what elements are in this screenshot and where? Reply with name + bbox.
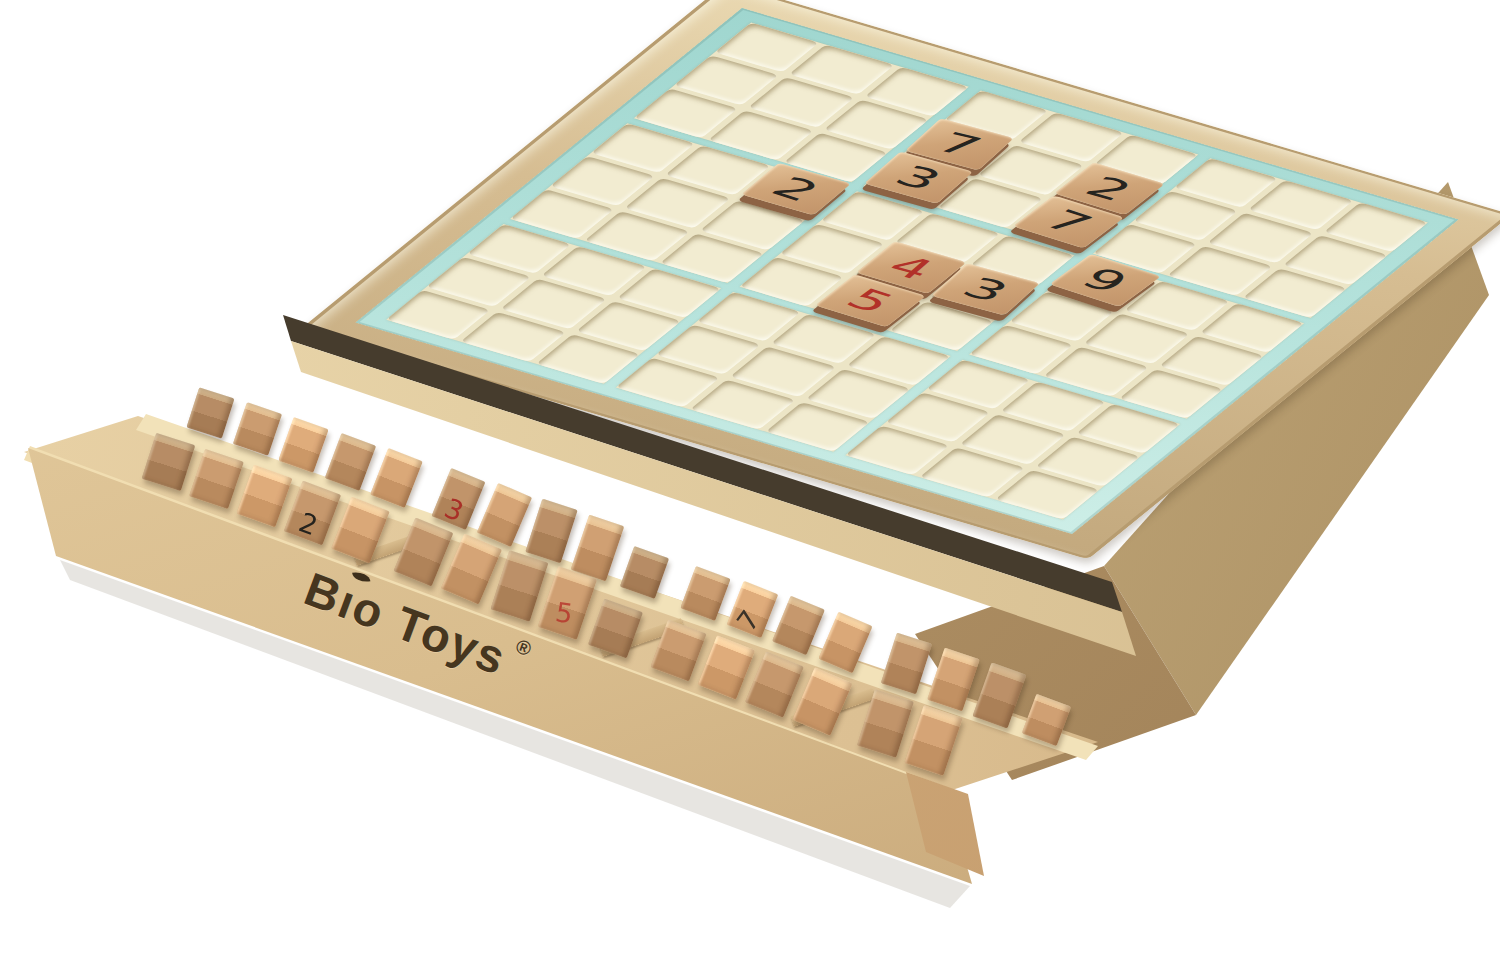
drawer-tile — [588, 599, 643, 659]
drawer-tiles: 3725 — [0, 0, 1500, 960]
drawer-tile — [680, 566, 730, 621]
drawer-tile — [857, 689, 914, 758]
drawer-tile-number-3: 3 — [431, 488, 477, 531]
drawer-tile — [477, 483, 532, 547]
drawer-tile — [232, 402, 281, 456]
drawer-tile-number-7: 7 — [724, 597, 771, 645]
drawer-tile — [1021, 694, 1070, 746]
drawer-tile — [792, 667, 852, 736]
drawer-tile: 7 — [726, 581, 778, 638]
drawer-tile — [927, 648, 980, 712]
drawer-tile — [818, 611, 872, 672]
drawer-tile — [973, 663, 1027, 729]
drawer-tile — [772, 596, 825, 655]
drawer-tile — [904, 705, 962, 776]
drawer-tile — [881, 632, 932, 694]
drawer-tile — [698, 635, 756, 699]
drawer-tile — [619, 546, 668, 599]
drawer-tile — [650, 619, 706, 681]
drawer-tile — [331, 496, 390, 563]
drawer-tile — [236, 465, 292, 528]
drawer-tile — [441, 533, 502, 604]
drawer-tile — [394, 517, 454, 586]
drawer-tile — [278, 418, 328, 474]
drawer-tile — [571, 514, 625, 581]
drawer-tile-number-2: 2 — [284, 502, 333, 545]
drawer-tile — [525, 499, 577, 564]
drawer-tile — [142, 433, 196, 491]
drawer-tile — [745, 651, 804, 717]
registered-trademark-icon: ® — [513, 635, 536, 661]
drawer-tile-number-5: 5 — [542, 594, 587, 631]
drawer-tile — [324, 433, 375, 491]
drawer-tile — [491, 550, 549, 622]
drawer-tile: 5 — [538, 566, 597, 640]
drawer-tile: 2 — [284, 481, 341, 546]
drawer-tile — [189, 449, 244, 510]
drawer-tile — [186, 387, 234, 438]
drawer-tile: 3 — [431, 468, 485, 530]
drawer-tile — [370, 448, 423, 508]
